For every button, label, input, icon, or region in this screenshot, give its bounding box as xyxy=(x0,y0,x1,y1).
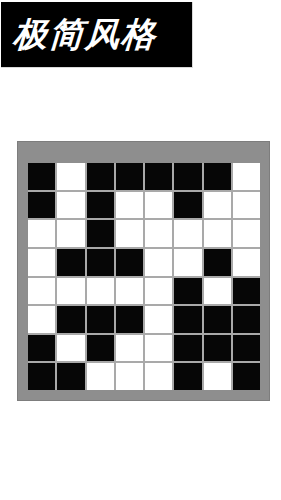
grid-cell-r2c7[interactable] xyxy=(204,192,231,219)
grid-cell-r4c7[interactable] xyxy=(204,249,231,276)
grid-cell-r6c2[interactable] xyxy=(57,306,84,333)
grid-cell-r3c3[interactable] xyxy=(87,220,114,247)
page: { "banner": { "title": "极简风格" }, "game":… xyxy=(0,0,281,500)
grid-cell-r5c5[interactable] xyxy=(145,278,172,305)
grid-cell-r7c4[interactable] xyxy=(116,335,143,362)
puzzle-board-frame xyxy=(17,141,270,401)
grid-cell-r5c4[interactable] xyxy=(116,278,143,305)
grid-cell-r8c1[interactable] xyxy=(28,363,55,390)
grid-cell-r7c8[interactable] xyxy=(233,335,260,362)
grid-cell-r4c4[interactable] xyxy=(116,249,143,276)
grid-cell-r8c3[interactable] xyxy=(87,363,114,390)
grid-cell-r3c5[interactable] xyxy=(145,220,172,247)
grid-cell-r6c8[interactable] xyxy=(233,306,260,333)
grid-cell-r4c8[interactable] xyxy=(233,249,260,276)
grid-cell-r5c1[interactable] xyxy=(28,278,55,305)
grid-cell-r6c1[interactable] xyxy=(28,306,55,333)
grid-cell-r7c2[interactable] xyxy=(57,335,84,362)
grid-cell-r5c3[interactable] xyxy=(87,278,114,305)
grid-cell-r7c7[interactable] xyxy=(204,335,231,362)
grid-cell-r3c4[interactable] xyxy=(116,220,143,247)
grid-cell-r4c1[interactable] xyxy=(28,249,55,276)
grid-cell-r8c5[interactable] xyxy=(145,363,172,390)
grid-cell-r8c2[interactable] xyxy=(57,363,84,390)
grid-cell-r3c7[interactable] xyxy=(204,220,231,247)
grid-cell-r4c2[interactable] xyxy=(57,249,84,276)
grid-cell-r5c2[interactable] xyxy=(57,278,84,305)
grid-cell-r6c4[interactable] xyxy=(116,306,143,333)
grid-cell-r1c2[interactable] xyxy=(57,163,84,190)
grid-cell-r5c7[interactable] xyxy=(204,278,231,305)
grid-cell-r1c3[interactable] xyxy=(87,163,114,190)
grid-cell-r2c1[interactable] xyxy=(28,192,55,219)
grid-cell-r6c3[interactable] xyxy=(87,306,114,333)
puzzle-grid xyxy=(28,163,260,390)
grid-cell-r1c1[interactable] xyxy=(28,163,55,190)
grid-cell-r2c3[interactable] xyxy=(87,192,114,219)
grid-cell-r5c6[interactable] xyxy=(174,278,201,305)
grid-cell-r7c5[interactable] xyxy=(145,335,172,362)
grid-cell-r6c6[interactable] xyxy=(174,306,201,333)
title-banner: 极简风格 xyxy=(1,2,193,68)
grid-cell-r7c3[interactable] xyxy=(87,335,114,362)
grid-cell-r2c8[interactable] xyxy=(233,192,260,219)
grid-cell-r1c5[interactable] xyxy=(145,163,172,190)
grid-cell-r7c6[interactable] xyxy=(174,335,201,362)
grid-cell-r8c4[interactable] xyxy=(116,363,143,390)
grid-cell-r2c4[interactable] xyxy=(116,192,143,219)
grid-cell-r3c1[interactable] xyxy=(28,220,55,247)
grid-cell-r8c8[interactable] xyxy=(233,363,260,390)
grid-cell-r7c1[interactable] xyxy=(28,335,55,362)
grid-cell-r4c5[interactable] xyxy=(145,249,172,276)
grid-cell-r1c6[interactable] xyxy=(174,163,201,190)
grid-cell-r8c7[interactable] xyxy=(204,363,231,390)
grid-cell-r2c5[interactable] xyxy=(145,192,172,219)
grid-cell-r6c5[interactable] xyxy=(145,306,172,333)
grid-cell-r1c4[interactable] xyxy=(116,163,143,190)
grid-cell-r8c6[interactable] xyxy=(174,363,201,390)
grid-cell-r3c8[interactable] xyxy=(233,220,260,247)
grid-cell-r1c8[interactable] xyxy=(233,163,260,190)
grid-cell-r2c2[interactable] xyxy=(57,192,84,219)
grid-cell-r5c8[interactable] xyxy=(233,278,260,305)
grid-cell-r3c6[interactable] xyxy=(174,220,201,247)
grid-cell-r2c6[interactable] xyxy=(174,192,201,219)
grid-cell-r1c7[interactable] xyxy=(204,163,231,190)
grid-cell-r4c3[interactable] xyxy=(87,249,114,276)
grid-cell-r6c7[interactable] xyxy=(204,306,231,333)
grid-cell-r3c2[interactable] xyxy=(57,220,84,247)
grid-cell-r4c6[interactable] xyxy=(174,249,201,276)
page-title: 极简风格 xyxy=(12,12,158,58)
